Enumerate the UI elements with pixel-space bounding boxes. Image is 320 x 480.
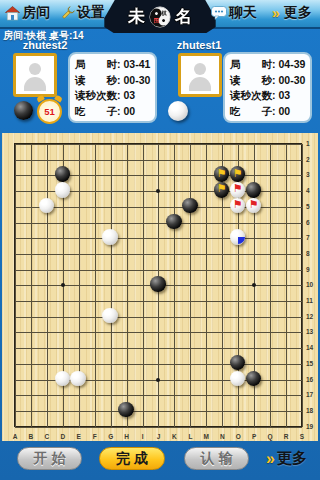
row-label: 5 [306, 203, 318, 210]
row-label: 11 [306, 297, 318, 304]
row-label: 13 [306, 328, 318, 335]
row-label: 14 [306, 344, 318, 351]
stat-value: 00-30 [279, 73, 306, 87]
grid-line [286, 144, 287, 427]
stat-value: 00 [124, 104, 136, 118]
resign-button[interactable]: 认 输 [184, 447, 249, 470]
stone-black-J10[interactable] [150, 276, 166, 292]
stone-black-P4[interactable] [246, 182, 262, 198]
grid-line [270, 144, 271, 427]
col-label: G [106, 433, 116, 440]
row-label: 3 [306, 171, 318, 178]
stone-black-H18[interactable] [118, 402, 134, 418]
stone-white-D16[interactable] [55, 371, 71, 387]
room-button-label: 房间 [22, 4, 50, 22]
stat-label: 吃 子: [230, 104, 276, 118]
chevrons-icon: » [266, 450, 273, 468]
wrench-icon [60, 6, 75, 21]
svg-text:围: 围 [154, 17, 160, 24]
stat-row: 读 秒:00-30 [75, 73, 150, 87]
logo-right-char: 名 [175, 5, 192, 28]
stat-label: 局 时: [75, 57, 121, 71]
grid-line [190, 144, 191, 427]
bottom-more-button[interactable]: » 更多 [266, 449, 307, 468]
stone-black-L5[interactable] [182, 198, 198, 214]
house-icon [5, 6, 20, 21]
row-label: 10 [306, 281, 318, 288]
stat-row: 读 秒:00-30 [230, 73, 305, 87]
logo-left-char: 未 [128, 5, 145, 28]
grid-line [15, 411, 302, 412]
bottom-more-label: 更多 [277, 449, 307, 468]
settings-button[interactable]: 设置 [60, 3, 105, 23]
stat-value: 00-30 [124, 73, 151, 87]
stat-row: 读秒次数:03 [75, 88, 150, 102]
row-label: 9 [306, 266, 318, 273]
stat-label: 读秒次数: [75, 88, 121, 102]
topbar-more-button[interactable]: » 更多 [272, 3, 312, 23]
byoyomi-clock-icon: 51 [37, 99, 62, 124]
stat-value: 04-39 [279, 57, 306, 71]
stone-black-K6[interactable] [166, 214, 182, 230]
stone-white-D4[interactable] [55, 182, 71, 198]
col-label: C [42, 433, 52, 440]
chat-bubble-icon [211, 6, 227, 20]
stat-row: 局 时:03-41 [75, 57, 150, 71]
col-label: N [217, 433, 227, 440]
stat-label: 读 秒: [75, 73, 121, 87]
grid-line [15, 301, 302, 302]
stat-label: 局 时: [230, 57, 276, 71]
col-label: F [90, 433, 100, 440]
chevrons-icon: » [272, 5, 278, 21]
col-label: H [122, 433, 132, 440]
col-label: Q [265, 433, 275, 440]
avatar-silhouette [194, 63, 206, 75]
avatar-silhouette [29, 63, 41, 75]
stat-value: 03-41 [124, 57, 151, 71]
stone-white-O4[interactable]: ⚑ [230, 182, 246, 198]
stat-label: 读秒次数: [230, 88, 276, 102]
stat-value: 00 [279, 104, 291, 118]
player-white-stats: 局 时:04-39读 秒:00-30读秒次数:03吃 子:00 [223, 52, 312, 123]
row-label: 7 [306, 234, 318, 241]
player-black-name: zhutest2 [10, 39, 80, 51]
player-white-avatar[interactable] [178, 53, 222, 97]
stone-white-E16[interactable] [70, 371, 86, 387]
finish-button[interactable]: 完 成 [99, 447, 165, 470]
clock-countdown: 51 [44, 106, 55, 117]
settings-button-label: 设置 [77, 4, 105, 22]
col-label: B [26, 433, 36, 440]
chat-button-label: 聊天 [229, 4, 257, 22]
yellow-flag-mark: ⚑ [230, 165, 246, 181]
col-label: J [153, 433, 163, 440]
col-label: K [169, 433, 179, 440]
col-label: S [297, 433, 307, 440]
yinyang-go-icon: 围 棋 [149, 6, 171, 28]
stat-row: 吃 子:00 [75, 104, 150, 118]
stat-value: 03 [279, 88, 291, 102]
col-label: P [249, 433, 259, 440]
stone-white-O7[interactable] [230, 229, 246, 245]
go-board[interactable]: ABCDEFGHIJKLMNOPQRS123456789101112131415… [2, 133, 318, 441]
row-label: 15 [306, 360, 318, 367]
stat-row: 局 时:04-39 [230, 57, 305, 71]
row-label: 6 [306, 219, 318, 226]
stone-black-N4[interactable]: ⚑ [214, 182, 230, 198]
room-button[interactable]: 房间 [5, 3, 50, 23]
svg-text:棋: 棋 [160, 9, 167, 15]
col-label: D [58, 433, 68, 440]
col-label: O [233, 433, 243, 440]
row-label: 8 [306, 250, 318, 257]
white-stone-indicator [168, 101, 188, 121]
player-black-stats: 局 时:03-41读 秒:00-30读秒次数:03吃 子:00 [68, 52, 157, 123]
grid-line [15, 395, 302, 396]
grid-line [15, 317, 302, 318]
row-label: 18 [306, 407, 318, 414]
stat-row: 吃 子:00 [230, 104, 305, 118]
row-label: 12 [306, 313, 318, 320]
row-label: 2 [306, 156, 318, 163]
stat-label: 吃 子: [75, 104, 121, 118]
row-label: 16 [306, 376, 318, 383]
col-label: R [281, 433, 291, 440]
grid-line [302, 144, 303, 427]
player-white-name: zhutest1 [164, 39, 234, 51]
col-label: L [185, 433, 195, 440]
row-label: 17 [306, 391, 318, 398]
grid-line [15, 427, 302, 428]
stone-white-G12[interactable] [102, 308, 118, 324]
col-label: A [10, 433, 20, 440]
topbar-more-label: 更多 [284, 4, 312, 22]
col-label: M [201, 433, 211, 440]
go-game-app: 房间 设置 未 围 棋 名 [0, 0, 320, 480]
stat-row: 读秒次数:03 [230, 88, 305, 102]
row-label: 19 [306, 423, 318, 430]
top-bar: 房间 设置 未 围 棋 名 [0, 0, 320, 29]
grid-line [15, 364, 302, 365]
row-label: 4 [306, 187, 318, 194]
stone-white-G7[interactable] [102, 229, 118, 245]
stone-black-D3[interactable] [55, 166, 71, 182]
chat-button[interactable]: 聊天 [211, 3, 257, 23]
grid-line [174, 144, 175, 427]
row-label: 1 [306, 140, 318, 147]
app-logo: 未 围 棋 名 [102, 0, 218, 33]
yellow-flag-mark: ⚑ [214, 165, 230, 181]
col-label: I [138, 433, 148, 440]
stat-label: 读 秒: [230, 73, 276, 87]
start-button[interactable]: 开 始 [17, 447, 82, 470]
col-label: E [74, 433, 84, 440]
grid-line [15, 348, 302, 349]
grid-line [15, 332, 302, 333]
stat-value: 03 [124, 88, 136, 102]
grid-line [206, 144, 207, 427]
black-stone-indicator [14, 101, 33, 120]
player-black-avatar[interactable] [13, 53, 57, 97]
